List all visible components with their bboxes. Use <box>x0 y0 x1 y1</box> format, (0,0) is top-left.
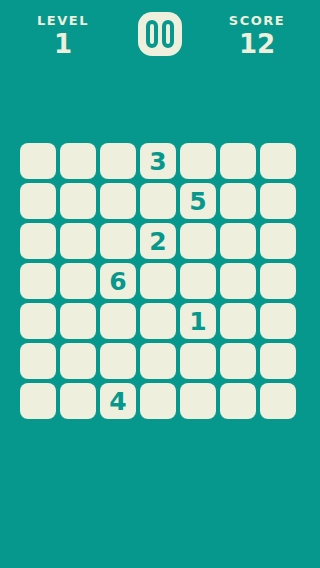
grid-cell[interactable] <box>260 383 296 419</box>
grid-cell[interactable] <box>60 383 96 419</box>
level-value: 1 <box>8 30 118 58</box>
pause-icon <box>146 20 174 48</box>
grid-cell[interactable] <box>60 263 96 299</box>
grid-cell[interactable] <box>220 383 256 419</box>
grid-cell[interactable] <box>140 383 176 419</box>
grid-cell[interactable] <box>260 263 296 299</box>
grid-cell[interactable] <box>220 183 256 219</box>
cell-number: 6 <box>109 268 126 294</box>
grid-cell[interactable] <box>140 303 176 339</box>
grid-cell[interactable] <box>180 143 216 179</box>
cell-number: 2 <box>149 228 166 254</box>
grid-cell[interactable] <box>140 343 176 379</box>
grid-cell[interactable] <box>60 343 96 379</box>
grid-cell[interactable] <box>60 183 96 219</box>
level-display: LEVEL 1 <box>8 13 118 58</box>
grid-cell[interactable] <box>180 383 216 419</box>
grid-cell[interactable] <box>20 383 56 419</box>
grid-cell[interactable] <box>100 223 136 259</box>
grid-cell[interactable] <box>180 263 216 299</box>
grid-cell[interactable] <box>100 343 136 379</box>
grid-cell[interactable] <box>260 183 296 219</box>
grid-cell[interactable] <box>100 143 136 179</box>
score-display: SCORE 12 <box>202 13 312 58</box>
grid-cell[interactable] <box>220 343 256 379</box>
grid-cell[interactable] <box>20 143 56 179</box>
grid-cell[interactable] <box>260 143 296 179</box>
pause-bar-right <box>162 20 174 48</box>
grid-cell[interactable] <box>60 143 96 179</box>
grid-cell[interactable]: 5 <box>180 183 216 219</box>
puzzle-board: 352614 <box>20 143 296 419</box>
grid-cell[interactable] <box>20 183 56 219</box>
score-value: 12 <box>202 30 312 58</box>
pause-bar-left <box>146 20 158 48</box>
grid-cell[interactable] <box>180 223 216 259</box>
grid-cell[interactable] <box>260 343 296 379</box>
grid-cell[interactable] <box>60 303 96 339</box>
grid-cell[interactable] <box>180 343 216 379</box>
grid-cell[interactable]: 1 <box>180 303 216 339</box>
grid-cell[interactable] <box>140 183 176 219</box>
cell-number: 3 <box>149 148 166 174</box>
pause-button[interactable] <box>138 12 182 56</box>
cell-number: 1 <box>189 308 206 334</box>
level-label: LEVEL <box>8 13 118 28</box>
grid-cell[interactable]: 3 <box>140 143 176 179</box>
grid-cell[interactable] <box>220 143 256 179</box>
grid-cell[interactable]: 6 <box>100 263 136 299</box>
grid-cell[interactable] <box>260 303 296 339</box>
score-label: SCORE <box>202 13 312 28</box>
header: LEVEL 1 SCORE 12 <box>0 0 320 68</box>
grid-cell[interactable] <box>20 223 56 259</box>
grid-cell[interactable] <box>260 223 296 259</box>
game-screen: LEVEL 1 SCORE 12 352614 <box>0 0 320 568</box>
grid-cell[interactable] <box>20 263 56 299</box>
grid-cell[interactable] <box>100 303 136 339</box>
grid-cell[interactable] <box>20 343 56 379</box>
grid-cell[interactable] <box>220 263 256 299</box>
grid-cell[interactable] <box>140 263 176 299</box>
grid-cell[interactable] <box>100 183 136 219</box>
grid-cell[interactable] <box>20 303 56 339</box>
cell-number: 5 <box>189 188 206 214</box>
grid-cell[interactable]: 4 <box>100 383 136 419</box>
cell-number: 4 <box>109 388 126 414</box>
grid-cell[interactable] <box>220 303 256 339</box>
grid-cell[interactable] <box>220 223 256 259</box>
grid-cell[interactable]: 2 <box>140 223 176 259</box>
grid-cell[interactable] <box>60 223 96 259</box>
